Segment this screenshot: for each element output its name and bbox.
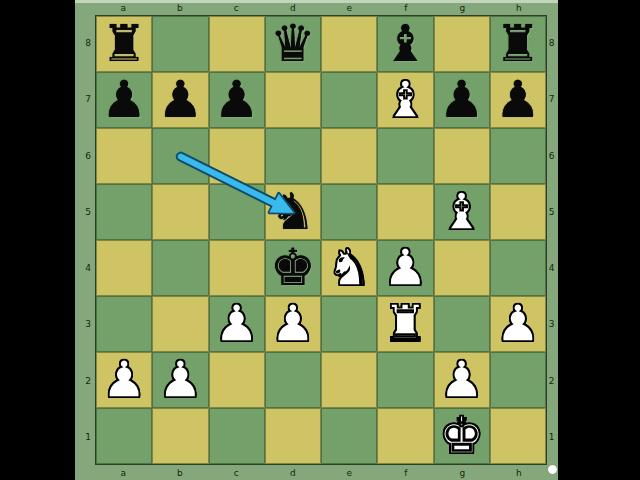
piece-white-pawn[interactable]: ♟ <box>158 352 204 408</box>
square-d8[interactable]: ♛ <box>265 16 321 72</box>
files-label: h <box>491 0 548 15</box>
ranks-label: 5 <box>80 184 96 240</box>
piece-white-pawn[interactable]: ♟ <box>383 240 429 296</box>
rank-labels-left: 87654321 <box>80 15 96 465</box>
files-label: f <box>378 465 435 480</box>
ranks-label: 3 <box>80 296 96 352</box>
piece-white-king[interactable]: ♚ <box>439 408 485 464</box>
square-a3[interactable] <box>96 296 152 352</box>
square-c7[interactable]: ♟ <box>209 72 265 128</box>
square-e6[interactable] <box>321 128 377 184</box>
piece-black-knight[interactable]: ♞ <box>270 184 316 240</box>
piece-white-pawn[interactable]: ♟ <box>101 352 147 408</box>
square-d3[interactable]: ♟ <box>265 296 321 352</box>
square-a8[interactable]: ♜ <box>96 16 152 72</box>
file-labels-top: abcdefgh <box>95 0 547 15</box>
piece-black-pawn[interactable]: ♟ <box>439 72 485 128</box>
square-h8[interactable]: ♜ <box>490 16 546 72</box>
square-c5[interactable] <box>209 184 265 240</box>
video-frame: abcdefgh abcdefgh 87654321 87654321 ♜♛♝♜… <box>0 0 640 480</box>
piece-white-bishop[interactable]: ♝ <box>383 72 429 128</box>
piece-white-knight[interactable]: ♞ <box>326 240 372 296</box>
square-a1[interactable] <box>96 408 152 464</box>
square-a7[interactable]: ♟ <box>96 72 152 128</box>
square-f7[interactable]: ♝ <box>377 72 433 128</box>
corner-dot <box>548 465 557 474</box>
square-g1[interactable]: ♚ <box>434 408 490 464</box>
piece-black-pawn[interactable]: ♟ <box>101 72 147 128</box>
files-label: b <box>152 0 209 15</box>
square-g2[interactable]: ♟ <box>434 352 490 408</box>
square-d4[interactable]: ♚ <box>265 240 321 296</box>
square-d6[interactable] <box>265 128 321 184</box>
files-label: h <box>491 465 548 480</box>
ranks-label: 1 <box>80 409 96 465</box>
square-d7[interactable] <box>265 72 321 128</box>
ranks-label: 4 <box>80 240 96 296</box>
square-h7[interactable]: ♟ <box>490 72 546 128</box>
square-f3[interactable]: ♜ <box>377 296 433 352</box>
piece-white-pawn[interactable]: ♟ <box>495 296 541 352</box>
square-f4[interactable]: ♟ <box>377 240 433 296</box>
square-d1[interactable] <box>265 408 321 464</box>
square-h4[interactable] <box>490 240 546 296</box>
piece-black-king[interactable]: ♚ <box>270 240 316 296</box>
piece-black-pawn[interactable]: ♟ <box>158 72 204 128</box>
square-g5[interactable]: ♝ <box>434 184 490 240</box>
square-b1[interactable] <box>152 408 208 464</box>
square-a4[interactable] <box>96 240 152 296</box>
square-e4[interactable]: ♞ <box>321 240 377 296</box>
square-c3[interactable]: ♟ <box>209 296 265 352</box>
piece-white-pawn[interactable]: ♟ <box>439 352 485 408</box>
square-c8[interactable] <box>209 16 265 72</box>
square-e3[interactable] <box>321 296 377 352</box>
square-f2[interactable] <box>377 352 433 408</box>
piece-white-bishop[interactable]: ♝ <box>439 184 485 240</box>
square-e2[interactable] <box>321 352 377 408</box>
square-b4[interactable] <box>152 240 208 296</box>
files-label: g <box>434 0 491 15</box>
files-label: g <box>434 465 491 480</box>
piece-black-pawn[interactable]: ♟ <box>214 72 260 128</box>
square-b7[interactable]: ♟ <box>152 72 208 128</box>
square-b5[interactable] <box>152 184 208 240</box>
files-label: c <box>208 465 265 480</box>
square-h3[interactable]: ♟ <box>490 296 546 352</box>
chess-board: ♜♛♝♜♟♟♟♝♟♟♞♝♚♞♟♟♟♜♟♟♟♟♚ <box>95 15 547 465</box>
square-c1[interactable] <box>209 408 265 464</box>
square-b3[interactable] <box>152 296 208 352</box>
square-e8[interactable] <box>321 16 377 72</box>
square-g6[interactable] <box>434 128 490 184</box>
square-f5[interactable] <box>377 184 433 240</box>
piece-white-rook[interactable]: ♜ <box>383 296 429 352</box>
square-a5[interactable] <box>96 184 152 240</box>
square-d2[interactable] <box>265 352 321 408</box>
square-g8[interactable] <box>434 16 490 72</box>
files-label: a <box>95 0 152 15</box>
square-a2[interactable]: ♟ <box>96 352 152 408</box>
square-d5[interactable]: ♞ <box>265 184 321 240</box>
square-f1[interactable] <box>377 408 433 464</box>
piece-black-rook[interactable]: ♜ <box>495 16 541 72</box>
square-b2[interactable]: ♟ <box>152 352 208 408</box>
piece-black-pawn[interactable]: ♟ <box>495 72 541 128</box>
files-label: a <box>95 465 152 480</box>
square-c2[interactable] <box>209 352 265 408</box>
square-h1[interactable] <box>490 408 546 464</box>
files-label: e <box>321 465 378 480</box>
piece-black-bishop[interactable]: ♝ <box>383 16 429 72</box>
files-label: b <box>152 465 209 480</box>
ranks-label: 2 <box>80 353 96 409</box>
square-c6[interactable] <box>209 128 265 184</box>
ranks-label: 7 <box>80 71 96 127</box>
square-h5[interactable] <box>490 184 546 240</box>
square-h2[interactable] <box>490 352 546 408</box>
chess-gui-panel: abcdefgh abcdefgh 87654321 87654321 ♜♛♝♜… <box>75 0 558 480</box>
piece-black-rook[interactable]: ♜ <box>101 16 147 72</box>
piece-black-queen[interactable]: ♛ <box>270 16 316 72</box>
files-label: c <box>208 0 265 15</box>
square-g3[interactable] <box>434 296 490 352</box>
file-labels-bottom: abcdefgh <box>95 465 547 480</box>
square-c4[interactable] <box>209 240 265 296</box>
files-label: f <box>378 0 435 15</box>
piece-white-pawn[interactable]: ♟ <box>270 296 316 352</box>
files-label: e <box>321 0 378 15</box>
square-h6[interactable] <box>490 128 546 184</box>
ranks-label: 8 <box>80 15 96 71</box>
square-e1[interactable] <box>321 408 377 464</box>
square-g7[interactable]: ♟ <box>434 72 490 128</box>
square-b8[interactable] <box>152 16 208 72</box>
square-f6[interactable] <box>377 128 433 184</box>
square-f8[interactable]: ♝ <box>377 16 433 72</box>
files-label: d <box>265 0 322 15</box>
square-b6[interactable] <box>152 128 208 184</box>
square-g4[interactable] <box>434 240 490 296</box>
square-a6[interactable] <box>96 128 152 184</box>
square-e7[interactable] <box>321 72 377 128</box>
ranks-label: 6 <box>80 128 96 184</box>
square-e5[interactable] <box>321 184 377 240</box>
piece-white-pawn[interactable]: ♟ <box>214 296 260 352</box>
files-label: d <box>265 465 322 480</box>
